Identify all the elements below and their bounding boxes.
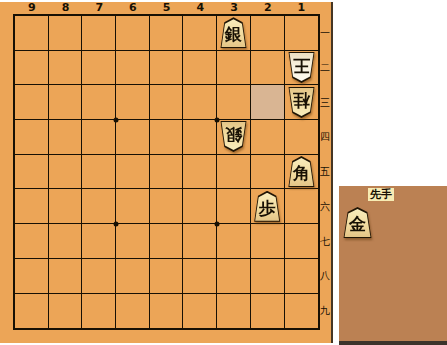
sente-hand-tray: 先手 金 [339,186,447,345]
square-6-1[interactable] [116,16,150,51]
square-9-1[interactable] [15,16,49,51]
square-9-9[interactable] [15,294,49,329]
square-3-8[interactable] [217,259,251,294]
sente-hand-label: 先手 [368,188,394,201]
square-8-1[interactable] [49,16,83,51]
square-2-4[interactable] [251,120,285,155]
piece-kanji: 桂 [293,88,310,114]
square-7-8[interactable] [82,259,116,294]
square-8-9[interactable] [49,294,83,329]
square-4-5[interactable] [183,155,217,190]
square-9-5[interactable] [15,155,49,190]
square-5-1[interactable] [150,16,184,51]
square-1-2[interactable]: 王 [285,51,319,86]
file-label-8: 8 [56,2,76,14]
square-5-2[interactable] [150,51,184,86]
square-7-2[interactable] [82,51,116,86]
square-5-3[interactable] [150,85,184,120]
shogi-board-grid: 銀王桂銀角歩 [13,14,320,330]
star-point [215,222,220,227]
square-7-6[interactable] [82,189,116,224]
square-9-8[interactable] [15,259,49,294]
square-5-9[interactable] [150,294,184,329]
file-label-7: 7 [89,2,109,14]
square-1-9[interactable] [285,294,319,329]
gote-silver[interactable]: 銀 [220,121,247,152]
piece-kanji: 王 [293,53,310,79]
square-5-5[interactable] [150,155,184,190]
square-4-6[interactable] [183,189,217,224]
square-1-8[interactable] [285,259,319,294]
file-label-5: 5 [157,2,177,14]
square-5-7[interactable] [150,224,184,259]
square-4-1[interactable] [183,16,217,51]
file-label-9: 9 [22,2,42,14]
star-point [114,118,119,123]
gote-knight[interactable]: 桂 [288,87,315,118]
sente-silver[interactable]: 銀 [220,17,247,48]
piece-kanji: 銀 [225,21,242,47]
square-2-3[interactable] [251,85,285,120]
square-8-2[interactable] [49,51,83,86]
square-3-1[interactable]: 銀 [217,16,251,51]
square-4-8[interactable] [183,259,217,294]
square-8-3[interactable] [49,85,83,120]
square-7-9[interactable] [82,294,116,329]
square-5-6[interactable] [150,189,184,224]
square-8-5[interactable] [49,155,83,190]
sente-pawn[interactable]: 歩 [254,191,281,222]
square-9-2[interactable] [15,51,49,86]
square-9-4[interactable] [15,120,49,155]
square-4-9[interactable] [183,294,217,329]
file-label-2: 2 [258,2,278,14]
star-point [215,118,220,123]
square-5-4[interactable] [150,120,184,155]
square-2-9[interactable] [251,294,285,329]
hand-piece-gold[interactable]: 金 [343,207,372,238]
square-6-6[interactable] [116,189,150,224]
square-9-6[interactable] [15,189,49,224]
square-3-6[interactable] [217,189,251,224]
square-4-3[interactable] [183,85,217,120]
square-1-3[interactable]: 桂 [285,85,319,120]
square-1-7[interactable] [285,224,319,259]
square-3-2[interactable] [217,51,251,86]
square-7-7[interactable] [82,224,116,259]
square-3-5[interactable] [217,155,251,190]
square-4-4[interactable] [183,120,217,155]
square-9-7[interactable] [15,224,49,259]
square-1-5[interactable]: 角 [285,155,319,190]
square-2-5[interactable] [251,155,285,190]
square-1-6[interactable] [285,189,319,224]
square-6-8[interactable] [116,259,150,294]
square-6-4[interactable] [116,120,150,155]
square-7-1[interactable] [82,16,116,51]
file-label-3: 3 [224,2,244,14]
square-8-4[interactable] [49,120,83,155]
file-label-6: 6 [123,2,143,14]
square-7-3[interactable] [82,85,116,120]
square-1-1[interactable] [285,16,319,51]
square-8-7[interactable] [49,224,83,259]
square-3-3[interactable] [217,85,251,120]
square-2-6[interactable]: 歩 [251,189,285,224]
square-5-8[interactable] [150,259,184,294]
square-7-4[interactable] [82,120,116,155]
file-label-4: 4 [190,2,210,14]
square-6-3[interactable] [116,85,150,120]
piece-kanji: 銀 [225,122,242,148]
gote-king[interactable]: 王 [288,52,315,83]
square-6-7[interactable] [116,224,150,259]
square-6-9[interactable] [116,294,150,329]
square-4-2[interactable] [183,51,217,86]
square-9-3[interactable] [15,85,49,120]
square-8-6[interactable] [49,189,83,224]
square-2-2[interactable] [251,51,285,86]
shogi-board-panel: 987654321 一二三四五六七八九 銀王桂銀角歩 [0,2,333,343]
square-7-5[interactable] [82,155,116,190]
square-2-1[interactable] [251,16,285,51]
piece-kanji: 歩 [259,195,276,221]
square-3-9[interactable] [217,294,251,329]
square-6-2[interactable] [116,51,150,86]
star-point [114,222,119,227]
square-2-8[interactable] [251,259,285,294]
sente-bishop[interactable]: 角 [288,156,315,187]
file-label-1: 1 [291,2,311,14]
piece-kanji: 角 [293,160,310,186]
square-8-8[interactable] [49,259,83,294]
square-3-7[interactable] [217,224,251,259]
square-3-4[interactable]: 銀 [217,120,251,155]
square-2-7[interactable] [251,224,285,259]
square-4-7[interactable] [183,224,217,259]
hand-piece-kanji: 金 [349,211,366,237]
square-1-4[interactable] [285,120,319,155]
square-6-5[interactable] [116,155,150,190]
